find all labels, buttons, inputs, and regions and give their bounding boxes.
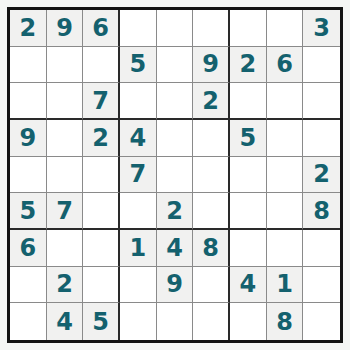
cell-r7c8[interactable] — [267, 230, 304, 267]
cell-r9c4[interactable] — [120, 303, 157, 340]
cell-r4c9[interactable] — [303, 120, 340, 157]
cell-r6c8[interactable] — [267, 193, 304, 230]
cell-r3c2[interactable] — [47, 83, 84, 120]
cell-r5c5[interactable] — [157, 157, 194, 194]
cell-r6c4[interactable] — [120, 193, 157, 230]
cell-r6c5: 2 — [157, 193, 194, 230]
cell-r8c8: 1 — [267, 267, 304, 304]
cell-r2c3[interactable] — [83, 47, 120, 84]
cell-r1c3: 6 — [83, 10, 120, 47]
cell-r9c6[interactable] — [193, 303, 230, 340]
cell-r2c6: 9 — [193, 47, 230, 84]
cell-r7c5: 4 — [157, 230, 194, 267]
cell-r5c8[interactable] — [267, 157, 304, 194]
cell-r2c1[interactable] — [10, 47, 47, 84]
cell-r9c9[interactable] — [303, 303, 340, 340]
cell-r8c3[interactable] — [83, 267, 120, 304]
cell-r1c5[interactable] — [157, 10, 194, 47]
cell-r9c3: 5 — [83, 303, 120, 340]
cell-r1c7[interactable] — [230, 10, 267, 47]
cell-r3c4[interactable] — [120, 83, 157, 120]
cell-r7c6: 8 — [193, 230, 230, 267]
cell-r6c3[interactable] — [83, 193, 120, 230]
cell-r3c8[interactable] — [267, 83, 304, 120]
cell-r4c4: 4 — [120, 120, 157, 157]
cell-r9c1[interactable] — [10, 303, 47, 340]
cell-r4c2[interactable] — [47, 120, 84, 157]
cell-r3c5[interactable] — [157, 83, 194, 120]
sudoku-board: 2963592672924572572861482941458 — [7, 7, 343, 343]
cell-r3c1[interactable] — [10, 83, 47, 120]
cell-r1c4[interactable] — [120, 10, 157, 47]
cell-r5c7[interactable] — [230, 157, 267, 194]
cell-r2c5[interactable] — [157, 47, 194, 84]
cell-r2c9[interactable] — [303, 47, 340, 84]
cell-r2c8: 6 — [267, 47, 304, 84]
cell-r7c4: 1 — [120, 230, 157, 267]
cell-r6c9: 8 — [303, 193, 340, 230]
cell-r8c5: 9 — [157, 267, 194, 304]
cell-r8c1[interactable] — [10, 267, 47, 304]
cell-r3c7[interactable] — [230, 83, 267, 120]
cell-r6c2: 7 — [47, 193, 84, 230]
cell-r8c6[interactable] — [193, 267, 230, 304]
cell-r8c9[interactable] — [303, 267, 340, 304]
cell-r9c5[interactable] — [157, 303, 194, 340]
cell-r5c1[interactable] — [10, 157, 47, 194]
cell-r1c9: 3 — [303, 10, 340, 47]
cell-r1c1: 2 — [10, 10, 47, 47]
cell-r4c7: 5 — [230, 120, 267, 157]
cell-r3c6: 2 — [193, 83, 230, 120]
cell-r6c7[interactable] — [230, 193, 267, 230]
cell-r5c9: 2 — [303, 157, 340, 194]
cell-r1c6[interactable] — [193, 10, 230, 47]
cell-r1c2: 9 — [47, 10, 84, 47]
cell-r5c6[interactable] — [193, 157, 230, 194]
cell-r7c3[interactable] — [83, 230, 120, 267]
cell-r3c3: 7 — [83, 83, 120, 120]
cell-r4c5[interactable] — [157, 120, 194, 157]
cell-r8c2: 2 — [47, 267, 84, 304]
cell-r5c4: 7 — [120, 157, 157, 194]
cell-r7c9[interactable] — [303, 230, 340, 267]
cell-r6c1: 5 — [10, 193, 47, 230]
cell-r7c2[interactable] — [47, 230, 84, 267]
cell-r7c7[interactable] — [230, 230, 267, 267]
cell-r5c3[interactable] — [83, 157, 120, 194]
cell-r8c4[interactable] — [120, 267, 157, 304]
cell-r9c8: 8 — [267, 303, 304, 340]
cell-r8c7: 4 — [230, 267, 267, 304]
cell-r4c6[interactable] — [193, 120, 230, 157]
cell-r4c8[interactable] — [267, 120, 304, 157]
cell-r2c4: 5 — [120, 47, 157, 84]
cell-r2c2[interactable] — [47, 47, 84, 84]
cell-r4c3: 2 — [83, 120, 120, 157]
cell-r3c9[interactable] — [303, 83, 340, 120]
cell-r2c7: 2 — [230, 47, 267, 84]
cell-r1c8[interactable] — [267, 10, 304, 47]
cell-r9c7[interactable] — [230, 303, 267, 340]
cell-r5c2[interactable] — [47, 157, 84, 194]
cell-r4c1: 9 — [10, 120, 47, 157]
cell-r9c2: 4 — [47, 303, 84, 340]
cell-r7c1: 6 — [10, 230, 47, 267]
cell-r6c6[interactable] — [193, 193, 230, 230]
